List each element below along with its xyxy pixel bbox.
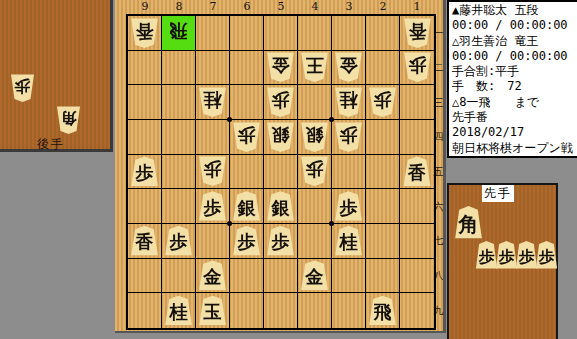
square-7-5[interactable]: 歩 — [196, 155, 230, 190]
sente-hand-pawn[interactable]: 歩 — [475, 241, 498, 269]
sente-hand-pawn[interactable]: 歩 — [495, 241, 518, 269]
sente-piece-2-9: 飛 — [368, 296, 397, 326]
sente-hand-pawn[interactable]: 歩 — [515, 241, 538, 269]
square-3-2[interactable]: 金 — [332, 51, 366, 86]
square-6-6[interactable]: 銀 — [230, 189, 264, 224]
square-9-6[interactable] — [128, 189, 162, 224]
info-line: 手 数: 72 — [452, 79, 577, 94]
square-9-4[interactable] — [128, 120, 162, 155]
gote-hand-tray: 歩 角 後手 — [0, 0, 113, 152]
column-label-2: 2 — [366, 0, 400, 13]
square-8-9[interactable]: 桂 — [162, 293, 196, 328]
square-5-4[interactable]: 銀 — [264, 120, 298, 155]
square-6-4[interactable]: 歩 — [230, 120, 264, 155]
info-line: ▲藤井聡太 五段 — [452, 3, 577, 18]
shogi-board: 987654321 一二三四五六七八九 香飛香金王金歩桂歩桂歩歩銀銀歩歩歩歩香歩… — [115, 0, 446, 333]
square-2-1[interactable] — [366, 16, 400, 51]
square-6-3[interactable] — [230, 85, 264, 120]
square-5-8[interactable] — [264, 259, 298, 294]
column-label-1: 1 — [400, 0, 434, 13]
sente-piece-6-7: 歩 — [232, 226, 261, 256]
square-4-7[interactable] — [298, 224, 332, 259]
square-7-6[interactable]: 歩 — [196, 189, 230, 224]
star-point — [227, 117, 232, 122]
shogi-app-window: 歩 角 後手 987654321 一二三四五六七八九 香飛香金王金歩桂歩桂歩歩銀… — [0, 0, 577, 339]
square-5-1[interactable] — [264, 16, 298, 51]
square-5-5[interactable] — [264, 155, 298, 190]
sente-piece-7-9: 玉 — [198, 296, 227, 326]
square-7-4[interactable] — [196, 120, 230, 155]
square-4-4[interactable]: 銀 — [298, 120, 332, 155]
square-9-3[interactable] — [128, 85, 162, 120]
info-panel: ▲藤井聡太 五段00:00 / 00:00:00△羽生善治 竜王00:00 / … — [447, 0, 577, 158]
square-8-7[interactable]: 歩 — [162, 224, 196, 259]
square-6-5[interactable] — [230, 155, 264, 190]
info-line: 先手番 — [452, 110, 577, 125]
square-8-8[interactable] — [162, 259, 196, 294]
square-1-8[interactable] — [400, 259, 434, 294]
square-3-4[interactable]: 歩 — [332, 120, 366, 155]
square-4-6[interactable] — [298, 189, 332, 224]
square-3-9[interactable] — [332, 293, 366, 328]
sente-hand-tray: 先手 角 歩 歩 歩 歩 — [447, 183, 558, 339]
square-1-5[interactable]: 香 — [400, 155, 434, 190]
square-3-5[interactable] — [332, 155, 366, 190]
square-5-6[interactable]: 銀 — [264, 189, 298, 224]
gote-piece-4-4: 銀 — [300, 122, 329, 152]
info-line: 朝日杯将棋オープン戦 — [452, 141, 577, 156]
square-2-4[interactable] — [366, 120, 400, 155]
column-labels: 987654321 — [128, 0, 434, 13]
sente-piece-1-5: 香 — [403, 156, 432, 186]
square-7-7[interactable] — [196, 224, 230, 259]
gote-piece-6-4: 歩 — [232, 122, 261, 152]
square-5-3[interactable]: 歩 — [264, 85, 298, 120]
square-7-9[interactable]: 玉 — [196, 293, 230, 328]
square-8-1[interactable]: 飛 — [162, 16, 196, 51]
square-8-4[interactable] — [162, 120, 196, 155]
gote-hand-bishop[interactable]: 角 — [56, 106, 81, 134]
shogi-board-grid: 香飛香金王金歩桂歩桂歩歩銀銀歩歩歩歩香歩銀銀歩香歩歩歩桂金金桂玉飛 — [126, 14, 436, 330]
star-point — [329, 117, 334, 122]
sente-piece-3-6: 歩 — [334, 191, 363, 221]
gote-piece-1-2: 歩 — [403, 52, 432, 82]
square-5-7[interactable]: 歩 — [264, 224, 298, 259]
square-1-6[interactable] — [400, 189, 434, 224]
square-8-5[interactable] — [162, 155, 196, 190]
sente-piece-5-7: 歩 — [266, 226, 295, 256]
square-1-2[interactable]: 歩 — [400, 51, 434, 86]
info-line: 手合割:平手 — [452, 64, 577, 79]
gote-piece-7-5: 歩 — [198, 156, 227, 186]
square-2-9[interactable]: 飛 — [366, 293, 400, 328]
column-label-9: 9 — [128, 0, 162, 13]
column-label-8: 8 — [162, 0, 196, 13]
star-point — [227, 221, 232, 226]
gote-piece-5-3: 歩 — [266, 87, 295, 117]
sente-piece-5-6: 銀 — [266, 191, 295, 221]
square-6-9[interactable] — [230, 293, 264, 328]
gote-piece-4-2: 王 — [300, 52, 329, 82]
square-6-1[interactable] — [230, 16, 264, 51]
square-7-3[interactable]: 桂 — [196, 85, 230, 120]
square-1-9[interactable] — [400, 293, 434, 328]
sente-piece-8-9: 桂 — [164, 296, 193, 326]
sente-piece-8-7: 歩 — [164, 226, 193, 256]
square-2-6[interactable] — [366, 189, 400, 224]
info-line: △8一飛 まで — [452, 95, 577, 110]
square-7-2[interactable] — [196, 51, 230, 86]
info-line: 00:00 / 00:00:00 — [452, 18, 577, 33]
square-3-8[interactable] — [332, 259, 366, 294]
square-4-8[interactable]: 金 — [298, 259, 332, 294]
column-label-7: 7 — [196, 0, 230, 13]
square-2-5[interactable] — [366, 155, 400, 190]
square-7-8[interactable]: 金 — [196, 259, 230, 294]
sente-hand-pawn[interactable]: 歩 — [535, 241, 558, 269]
square-6-2[interactable] — [230, 51, 264, 86]
square-4-5[interactable]: 歩 — [298, 155, 332, 190]
gote-piece-4-5: 歩 — [300, 156, 329, 186]
square-1-4[interactable] — [400, 120, 434, 155]
square-2-8[interactable] — [366, 259, 400, 294]
sente-piece-7-6: 歩 — [198, 191, 227, 221]
square-2-7[interactable] — [366, 224, 400, 259]
gote-piece-8-1: 飛 — [164, 18, 193, 48]
square-9-7[interactable]: 香 — [128, 224, 162, 259]
column-label-5: 5 — [264, 0, 298, 13]
sente-tray-label: 先手 — [482, 185, 514, 202]
square-3-3[interactable]: 桂 — [332, 85, 366, 120]
square-7-1[interactable] — [196, 16, 230, 51]
square-6-8[interactable] — [230, 259, 264, 294]
sente-piece-9-7: 香 — [130, 226, 159, 256]
square-1-7[interactable] — [400, 224, 434, 259]
square-9-9[interactable] — [128, 293, 162, 328]
square-2-2[interactable] — [366, 51, 400, 86]
gote-piece-7-3: 桂 — [198, 87, 227, 117]
info-line: 00:00 / 00:00:00 — [452, 49, 577, 64]
sente-piece-9-5: 歩 — [130, 156, 159, 186]
square-3-1[interactable] — [332, 16, 366, 51]
gote-piece-1-1: 香 — [403, 18, 432, 48]
square-9-2[interactable] — [128, 51, 162, 86]
gote-piece-3-4: 歩 — [334, 122, 363, 152]
sente-hand-bishop[interactable]: 角 — [454, 206, 483, 239]
gote-hand-pawn[interactable]: 歩 — [10, 74, 35, 102]
square-9-1[interactable]: 香 — [128, 16, 162, 51]
square-4-3[interactable] — [298, 85, 332, 120]
info-line: △羽生善治 竜王 — [452, 34, 577, 49]
square-3-7[interactable]: 桂 — [332, 224, 366, 259]
square-8-3[interactable] — [162, 85, 196, 120]
square-4-2[interactable]: 王 — [298, 51, 332, 86]
square-5-2[interactable]: 金 — [264, 51, 298, 86]
square-1-1[interactable]: 香 — [400, 16, 434, 51]
square-9-8[interactable] — [128, 259, 162, 294]
square-8-2[interactable] — [162, 51, 196, 86]
gote-piece-5-4: 銀 — [266, 122, 295, 152]
gote-piece-5-2: 金 — [266, 52, 295, 82]
info-line: 2018/02/17 — [452, 125, 577, 140]
gote-piece-2-3: 歩 — [368, 87, 397, 117]
sente-piece-4-8: 金 — [300, 260, 329, 290]
column-label-3: 3 — [332, 0, 366, 13]
square-5-9[interactable] — [264, 293, 298, 328]
gote-tray-label: 後手 — [37, 136, 65, 153]
square-9-5[interactable]: 歩 — [128, 155, 162, 190]
column-label-6: 6 — [230, 0, 264, 13]
square-4-1[interactable] — [298, 16, 332, 51]
square-4-9[interactable] — [298, 293, 332, 328]
gote-piece-3-3: 桂 — [334, 87, 363, 117]
gote-piece-3-2: 金 — [334, 52, 363, 82]
square-3-6[interactable]: 歩 — [332, 189, 366, 224]
sente-piece-3-7: 桂 — [334, 226, 363, 256]
column-label-4: 4 — [298, 0, 332, 13]
square-2-3[interactable]: 歩 — [366, 85, 400, 120]
square-6-7[interactable]: 歩 — [230, 224, 264, 259]
square-8-6[interactable] — [162, 189, 196, 224]
star-point — [329, 221, 334, 226]
sente-piece-6-6: 銀 — [232, 191, 261, 221]
gote-piece-9-1: 香 — [130, 18, 159, 48]
square-1-3[interactable] — [400, 85, 434, 120]
sente-piece-7-8: 金 — [198, 260, 227, 290]
